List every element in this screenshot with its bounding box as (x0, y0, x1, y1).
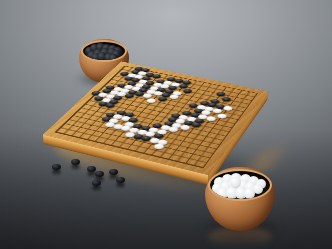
white-stone (200, 110, 212, 116)
hoshi-point (179, 89, 182, 90)
white-stone-bowl-stones (208, 169, 272, 201)
white-stone (179, 124, 191, 130)
white-stone-bowl (205, 167, 275, 231)
white-stone (142, 93, 154, 99)
scene (0, 0, 332, 249)
black-stone (157, 96, 169, 102)
white-stone (197, 114, 209, 120)
go-board-3d (43, 61, 268, 175)
black-stone (216, 91, 227, 97)
hoshi-point (207, 122, 210, 123)
white-stone (144, 131, 156, 137)
black-stone (220, 96, 231, 102)
black-stone (166, 116, 178, 122)
white-stone (108, 118, 120, 124)
hoshi-point (159, 111, 162, 112)
white-stone (148, 137, 161, 144)
white-stone (148, 127, 160, 133)
black-stone (123, 112, 135, 118)
black-stone (104, 112, 116, 118)
white-stone (104, 122, 116, 128)
white-stone (211, 108, 223, 114)
white-stone (178, 114, 190, 120)
white-stone (222, 106, 234, 112)
hoshi-point (137, 136, 140, 137)
white-stone (171, 122, 183, 128)
white-stone (205, 116, 217, 122)
white-stone (167, 126, 179, 132)
black-stone (132, 133, 145, 140)
black-stone (131, 123, 143, 129)
white-stone (216, 113, 228, 119)
black-stone (123, 93, 135, 99)
white-stone (156, 139, 169, 146)
white-stone (124, 131, 137, 137)
black-stone (100, 116, 112, 122)
white-stone (128, 127, 140, 133)
black-stone (182, 120, 194, 126)
black-stone (181, 110, 193, 116)
loose-black-stone (52, 164, 61, 170)
white-stone (112, 114, 124, 120)
black-stone (182, 88, 193, 93)
black-stone (152, 133, 164, 140)
white-stone (120, 116, 132, 122)
black-stone (163, 120, 175, 126)
black-stone (189, 112, 201, 118)
white-bowl-stone (230, 177, 241, 188)
hoshi-point (186, 147, 189, 149)
white-bowl-stone (244, 188, 255, 199)
hoshi-point (89, 125, 92, 126)
black-stone (140, 135, 153, 142)
white-stone (174, 118, 186, 124)
white-stone (168, 94, 179, 100)
black-stone (190, 122, 202, 128)
black-stone (116, 110, 128, 116)
white-stone (112, 124, 124, 130)
black-stone (151, 74, 162, 79)
black-stone (139, 125, 151, 131)
white-stone (159, 125, 171, 131)
black-stone (151, 123, 163, 129)
white-stone (186, 116, 198, 122)
white-stone (156, 129, 168, 135)
white-stone (146, 98, 158, 104)
white-stone (153, 143, 166, 150)
black-stone (194, 118, 206, 124)
white-stone (136, 129, 148, 135)
black-stone (104, 103, 116, 109)
white-stone (120, 125, 132, 131)
black-stone (127, 117, 139, 123)
white-bowl-stone (253, 184, 263, 194)
white-stone (124, 121, 136, 127)
board-top-surface (43, 61, 268, 175)
black-stone (170, 113, 182, 119)
